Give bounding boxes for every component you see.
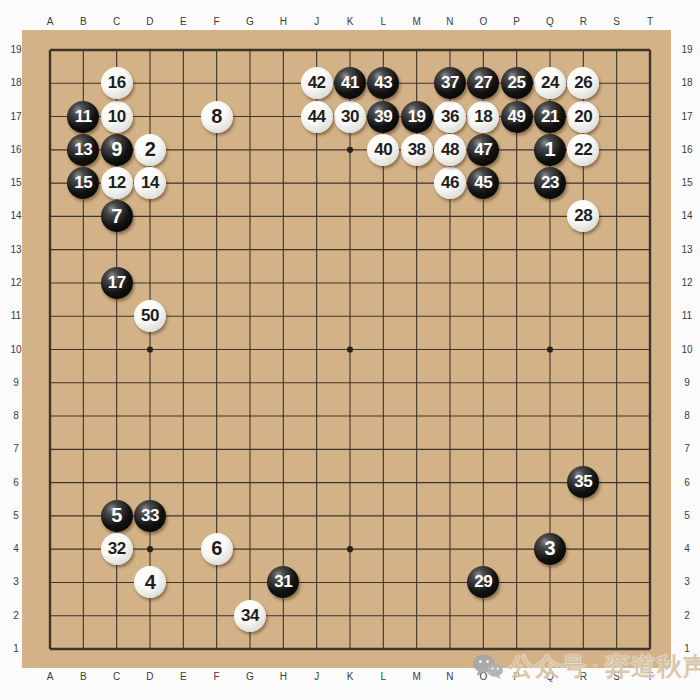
stone-white-G2: 34 (234, 600, 266, 632)
stone-move-number: 46 (441, 173, 459, 193)
stone-white-D15: 14 (134, 167, 166, 199)
wechat-icon (472, 653, 504, 680)
row-label-right-9: 9 (677, 377, 697, 389)
stone-white-N15: 46 (434, 167, 466, 199)
stone-black-B17: 11 (67, 101, 99, 133)
stone-white-K17: 30 (334, 101, 366, 133)
stone-white-F17: 8 (201, 101, 233, 133)
stone-black-O3: 29 (467, 566, 499, 598)
col-label-top-L: L (373, 16, 393, 28)
stone-move-number: 34 (241, 606, 259, 626)
stone-move-number: 4 (145, 571, 156, 594)
watermark-separator: · (593, 656, 599, 677)
stone-move-number: 41 (341, 73, 359, 93)
stone-move-number: 22 (574, 140, 592, 160)
stone-move-number: 37 (441, 73, 459, 93)
row-label-right-6: 6 (677, 477, 697, 489)
stone-move-number: 14 (141, 173, 159, 193)
row-label-left-8: 8 (6, 410, 26, 422)
stone-move-number: 9 (111, 138, 122, 161)
stone-black-Q17: 21 (534, 101, 566, 133)
row-label-right-8: 8 (677, 410, 697, 422)
stone-white-D3: 4 (134, 566, 166, 598)
stone-black-O18: 27 (467, 67, 499, 99)
stone-move-number: 5 (111, 504, 122, 527)
row-label-left-16: 16 (6, 144, 26, 156)
stone-black-O16: 47 (467, 134, 499, 166)
col-label-bottom-K: K (340, 671, 360, 683)
col-label-bottom-E: E (173, 671, 193, 683)
stone-move-number: 47 (474, 140, 492, 160)
watermark: 公众号 · 弈道秋声 (472, 650, 700, 683)
stone-move-number: 30 (341, 107, 359, 127)
stone-black-D5: 33 (134, 500, 166, 532)
row-label-right-2: 2 (677, 610, 697, 622)
stone-black-N18: 37 (434, 67, 466, 99)
stone-move-number: 44 (308, 107, 326, 127)
stone-move-number: 7 (111, 205, 122, 228)
col-label-top-A: A (40, 16, 60, 28)
row-label-left-3: 3 (6, 576, 26, 588)
stone-move-number: 43 (374, 73, 392, 93)
row-label-right-11: 11 (677, 310, 697, 322)
stone-black-H3: 31 (267, 566, 299, 598)
stone-move-number: 15 (74, 173, 92, 193)
stone-move-number: 50 (141, 306, 159, 326)
stone-move-number: 13 (74, 140, 92, 160)
row-label-right-10: 10 (677, 344, 697, 356)
col-label-top-C: C (107, 16, 127, 28)
row-label-right-4: 4 (677, 543, 697, 555)
stone-white-J17: 44 (301, 101, 333, 133)
stone-move-number: 8 (211, 105, 222, 128)
stone-move-number: 19 (408, 107, 426, 127)
go-diagram-page: AABBCCDDEEFFGGHHJJKKLLMMNNOOPPQQRRSSTT19… (0, 0, 700, 700)
row-label-right-12: 12 (677, 277, 697, 289)
stone-move-number: 42 (308, 73, 326, 93)
row-label-left-17: 17 (6, 111, 26, 123)
col-label-top-Q: Q (540, 16, 560, 28)
stone-white-C18: 16 (101, 67, 133, 99)
col-label-top-E: E (173, 16, 193, 28)
row-label-right-17: 17 (677, 111, 697, 123)
row-label-left-12: 12 (6, 277, 26, 289)
row-label-left-1: 1 (6, 643, 26, 655)
row-label-right-7: 7 (677, 443, 697, 455)
row-label-left-10: 10 (6, 344, 26, 356)
stone-move-number: 32 (108, 539, 126, 559)
stone-black-C16: 9 (101, 134, 133, 166)
col-label-top-K: K (340, 16, 360, 28)
col-label-bottom-A: A (40, 671, 60, 683)
stone-move-number: 12 (108, 173, 126, 193)
stone-white-N17: 36 (434, 101, 466, 133)
stone-white-O17: 18 (467, 101, 499, 133)
row-label-right-16: 16 (677, 144, 697, 156)
row-label-left-13: 13 (6, 244, 26, 256)
row-label-left-6: 6 (6, 477, 26, 489)
stone-move-number: 33 (141, 506, 159, 526)
stone-move-number: 20 (574, 107, 592, 127)
stone-move-number: 6 (211, 537, 222, 560)
row-label-right-5: 5 (677, 510, 697, 522)
row-label-left-11: 11 (6, 310, 26, 322)
stone-white-N16: 48 (434, 134, 466, 166)
stone-black-Q16: 1 (534, 134, 566, 166)
col-label-bottom-N: N (440, 671, 460, 683)
stone-white-R17: 20 (567, 101, 599, 133)
stone-move-number: 16 (108, 73, 126, 93)
col-label-top-S: S (607, 16, 627, 28)
stone-white-Q18: 24 (534, 67, 566, 99)
col-label-bottom-J: J (307, 671, 327, 683)
col-label-top-P: P (507, 16, 527, 28)
watermark-name: 弈道秋声 (605, 650, 700, 683)
stone-white-D16: 2 (134, 134, 166, 166)
stone-black-P17: 49 (501, 101, 533, 133)
stone-move-number: 48 (441, 140, 459, 160)
stone-black-Q15: 23 (534, 167, 566, 199)
col-label-top-O: O (473, 16, 493, 28)
stone-black-C12: 17 (101, 267, 133, 299)
stone-black-Q4: 3 (534, 533, 566, 565)
col-label-bottom-B: B (73, 671, 93, 683)
stone-white-D11: 50 (134, 300, 166, 332)
stone-white-C15: 12 (101, 167, 133, 199)
stone-move-number: 28 (574, 206, 592, 226)
stone-move-number: 49 (508, 107, 526, 127)
stone-move-number: 3 (545, 537, 556, 560)
row-label-right-19: 19 (677, 44, 697, 56)
col-label-top-R: R (573, 16, 593, 28)
row-label-right-18: 18 (677, 77, 697, 89)
row-label-left-18: 18 (6, 77, 26, 89)
stones-grid: 1234567891011121314151617181920212223242… (33, 33, 666, 665)
stone-black-B15: 15 (67, 167, 99, 199)
row-label-right-14: 14 (677, 210, 697, 222)
stone-move-number: 40 (374, 140, 392, 160)
stone-move-number: 10 (108, 107, 126, 127)
stone-black-C5: 5 (101, 500, 133, 532)
stone-move-number: 2 (145, 138, 156, 161)
col-label-top-F: F (207, 16, 227, 28)
row-label-left-2: 2 (6, 610, 26, 622)
stone-move-number: 23 (541, 173, 559, 193)
stone-black-M17: 19 (401, 101, 433, 133)
stone-move-number: 35 (574, 472, 592, 492)
row-label-left-14: 14 (6, 210, 26, 222)
stone-white-C4: 32 (101, 533, 133, 565)
stone-white-R14: 28 (567, 200, 599, 232)
col-label-bottom-C: C (107, 671, 127, 683)
stone-move-number: 21 (541, 107, 559, 127)
stone-black-O15: 45 (467, 167, 499, 199)
col-label-top-N: N (440, 16, 460, 28)
row-label-right-15: 15 (677, 177, 697, 189)
row-label-right-13: 13 (677, 244, 697, 256)
row-label-left-9: 9 (6, 377, 26, 389)
watermark-prefix: 公众号 (509, 650, 587, 683)
stone-black-R6: 35 (567, 466, 599, 498)
stone-move-number: 39 (374, 107, 392, 127)
stone-black-C14: 7 (101, 200, 133, 232)
stone-move-number: 1 (545, 138, 556, 161)
row-label-left-19: 19 (6, 44, 26, 56)
stone-black-P18: 25 (501, 67, 533, 99)
row-label-left-15: 15 (6, 177, 26, 189)
stone-white-R18: 26 (567, 67, 599, 99)
col-label-top-J: J (307, 16, 327, 28)
stone-white-M16: 38 (401, 134, 433, 166)
stone-white-R16: 22 (567, 134, 599, 166)
stone-black-K18: 41 (334, 67, 366, 99)
row-label-right-3: 3 (677, 576, 697, 588)
col-label-bottom-G: G (240, 671, 260, 683)
stone-move-number: 11 (75, 107, 92, 127)
stone-move-number: 36 (441, 107, 459, 127)
stone-white-C17: 10 (101, 101, 133, 133)
stone-move-number: 17 (108, 273, 126, 293)
stone-black-B16: 13 (67, 134, 99, 166)
col-label-bottom-L: L (373, 671, 393, 683)
col-label-top-G: G (240, 16, 260, 28)
col-label-top-B: B (73, 16, 93, 28)
col-label-bottom-H: H (273, 671, 293, 683)
col-label-bottom-M: M (407, 671, 427, 683)
stone-move-number: 25 (508, 73, 526, 93)
stone-move-number: 24 (541, 73, 559, 93)
col-label-top-T: T (640, 16, 660, 28)
col-label-bottom-D: D (140, 671, 160, 683)
stone-move-number: 31 (274, 572, 292, 592)
col-label-top-D: D (140, 16, 160, 28)
stone-move-number: 18 (474, 107, 492, 127)
stone-white-J18: 42 (301, 67, 333, 99)
stone-black-L17: 39 (367, 101, 399, 133)
stone-move-number: 29 (474, 572, 492, 592)
stone-white-F4: 6 (201, 533, 233, 565)
row-label-left-7: 7 (6, 443, 26, 455)
col-label-top-M: M (407, 16, 427, 28)
row-label-left-5: 5 (6, 510, 26, 522)
stone-move-number: 45 (474, 173, 492, 193)
row-label-left-4: 4 (6, 543, 26, 555)
stone-black-L18: 43 (367, 67, 399, 99)
stone-move-number: 27 (474, 73, 492, 93)
stone-move-number: 26 (574, 73, 592, 93)
stone-white-L16: 40 (367, 134, 399, 166)
col-label-bottom-F: F (207, 671, 227, 683)
stone-move-number: 38 (408, 140, 426, 160)
col-label-top-H: H (273, 16, 293, 28)
